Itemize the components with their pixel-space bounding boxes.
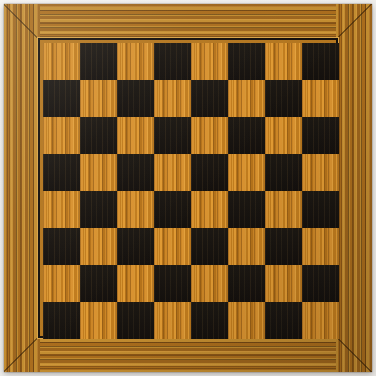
square-b2[interactable] bbox=[80, 265, 117, 302]
square-d5[interactable] bbox=[154, 154, 191, 191]
photo-background bbox=[0, 0, 376, 376]
square-a5[interactable] bbox=[43, 154, 80, 191]
square-a8[interactable] bbox=[43, 43, 80, 80]
square-c6[interactable] bbox=[117, 117, 154, 154]
square-f3[interactable] bbox=[228, 228, 265, 265]
chess-board-grid bbox=[43, 43, 339, 339]
square-h1[interactable] bbox=[302, 302, 339, 339]
square-d3[interactable] bbox=[154, 228, 191, 265]
square-d4[interactable] bbox=[154, 191, 191, 228]
square-g5[interactable] bbox=[265, 154, 302, 191]
square-d6[interactable] bbox=[154, 117, 191, 154]
square-c3[interactable] bbox=[117, 228, 154, 265]
square-e2[interactable] bbox=[191, 265, 228, 302]
square-h6[interactable] bbox=[302, 117, 339, 154]
chess-board bbox=[4, 4, 372, 372]
square-d2[interactable] bbox=[154, 265, 191, 302]
square-g7[interactable] bbox=[265, 80, 302, 117]
square-f6[interactable] bbox=[228, 117, 265, 154]
square-g6[interactable] bbox=[265, 117, 302, 154]
square-g8[interactable] bbox=[265, 43, 302, 80]
square-c1[interactable] bbox=[117, 302, 154, 339]
square-c2[interactable] bbox=[117, 265, 154, 302]
square-a3[interactable] bbox=[43, 228, 80, 265]
square-a4[interactable] bbox=[43, 191, 80, 228]
square-f2[interactable] bbox=[228, 265, 265, 302]
board-pinstripe-border bbox=[38, 38, 338, 338]
square-b6[interactable] bbox=[80, 117, 117, 154]
square-e4[interactable] bbox=[191, 191, 228, 228]
square-e6[interactable] bbox=[191, 117, 228, 154]
square-c8[interactable] bbox=[117, 43, 154, 80]
square-h7[interactable] bbox=[302, 80, 339, 117]
square-f5[interactable] bbox=[228, 154, 265, 191]
square-h3[interactable] bbox=[302, 228, 339, 265]
board-frame-right bbox=[336, 4, 372, 372]
square-b5[interactable] bbox=[80, 154, 117, 191]
square-b3[interactable] bbox=[80, 228, 117, 265]
square-g3[interactable] bbox=[265, 228, 302, 265]
square-g2[interactable] bbox=[265, 265, 302, 302]
square-c4[interactable] bbox=[117, 191, 154, 228]
board-fillet-border bbox=[37, 37, 339, 339]
square-b1[interactable] bbox=[80, 302, 117, 339]
square-f7[interactable] bbox=[228, 80, 265, 117]
square-f1[interactable] bbox=[228, 302, 265, 339]
square-d8[interactable] bbox=[154, 43, 191, 80]
square-c7[interactable] bbox=[117, 80, 154, 117]
square-e7[interactable] bbox=[191, 80, 228, 117]
square-e1[interactable] bbox=[191, 302, 228, 339]
square-g1[interactable] bbox=[265, 302, 302, 339]
square-f4[interactable] bbox=[228, 191, 265, 228]
board-frame-bottom bbox=[4, 336, 372, 372]
square-g4[interactable] bbox=[265, 191, 302, 228]
square-f8[interactable] bbox=[228, 43, 265, 80]
square-c5[interactable] bbox=[117, 154, 154, 191]
square-d1[interactable] bbox=[154, 302, 191, 339]
square-a1[interactable] bbox=[43, 302, 80, 339]
square-h4[interactable] bbox=[302, 191, 339, 228]
square-a2[interactable] bbox=[43, 265, 80, 302]
square-d7[interactable] bbox=[154, 80, 191, 117]
square-e8[interactable] bbox=[191, 43, 228, 80]
square-a6[interactable] bbox=[43, 117, 80, 154]
square-h5[interactable] bbox=[302, 154, 339, 191]
square-b8[interactable] bbox=[80, 43, 117, 80]
board-frame-left bbox=[4, 4, 40, 372]
square-e5[interactable] bbox=[191, 154, 228, 191]
square-b7[interactable] bbox=[80, 80, 117, 117]
square-e3[interactable] bbox=[191, 228, 228, 265]
board-frame-top bbox=[4, 4, 372, 40]
square-b4[interactable] bbox=[80, 191, 117, 228]
square-h8[interactable] bbox=[302, 43, 339, 80]
square-a7[interactable] bbox=[43, 80, 80, 117]
square-h2[interactable] bbox=[302, 265, 339, 302]
